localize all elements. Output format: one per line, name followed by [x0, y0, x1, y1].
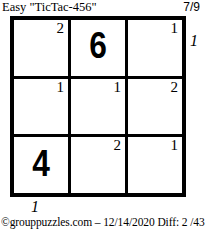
row1-right-label: 1 [190, 33, 198, 49]
cell-clue: 2 [57, 20, 65, 36]
cell-value: 6 [89, 28, 107, 64]
cell-clue: 1 [114, 79, 122, 95]
col1-bottom-label: 1 [31, 199, 39, 215]
cell-r0c0[interactable]: 2 [14, 20, 68, 76]
cell-value: 4 [32, 146, 50, 182]
page-number: 7/9 [183, 0, 200, 15]
cell-r2c0[interactable]: 4 [14, 137, 68, 193]
puzzle-title: Easy "TicTac-456" [2, 0, 97, 15]
cell-r0c1[interactable]: 6 [71, 20, 125, 76]
tictac-grid: 2 6 1 1 1 2 4 2 [10, 16, 186, 197]
cell-r2c2[interactable]: 1 [128, 137, 182, 193]
cell-r2c1[interactable]: 2 [71, 137, 125, 193]
copyright-line: ©grouppuzzles.com – 12/14/2020 Diff: 2 /… [1, 215, 206, 229]
cell-r0c2[interactable]: 1 [128, 20, 182, 76]
cell-clue: 2 [171, 79, 179, 95]
puzzle-page: Easy "TicTac-456" 7/9 2 6 1 1 1 2 4 [0, 0, 207, 233]
cell-r1c2[interactable]: 2 [128, 79, 182, 135]
cell-clue: 1 [171, 137, 179, 153]
cell-r1c1[interactable]: 1 [71, 79, 125, 135]
cell-clue: 1 [171, 20, 179, 36]
cell-clue: 1 [57, 79, 65, 95]
cell-clue: 2 [114, 137, 122, 153]
cell-r1c0[interactable]: 1 [14, 79, 68, 135]
